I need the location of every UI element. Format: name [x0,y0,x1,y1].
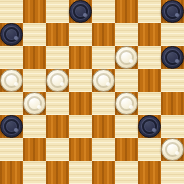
square-f3 [115,115,138,138]
square-e2 [92,138,115,161]
piece-black-man[interactable]: ⛂ [0,23,23,46]
white-piece-highlight [129,105,133,109]
square-d1 [69,161,92,184]
square-c8 [46,0,69,23]
square-c7[interactable] [46,23,69,46]
black-piece-highlight [14,36,18,40]
square-d5 [69,69,92,92]
square-g6 [138,46,161,69]
square-a8 [0,0,23,23]
square-e7[interactable] [92,23,115,46]
square-h8[interactable]: ⛂ [161,0,184,23]
square-g7[interactable] [138,23,161,46]
white-piece-highlight [60,82,64,86]
square-b1 [23,161,46,184]
white-piece-highlight [129,59,133,63]
checkers-board: ⛂⛂⛂⛀⛂⛀⛀⛀⛀⛀⛂⛂⛀ [0,0,184,184]
square-d7 [69,23,92,46]
white-piece-highlight [14,82,18,86]
piece-black-man[interactable]: ⛂ [161,0,184,23]
piece-black-man[interactable]: ⛂ [69,0,92,23]
square-h2[interactable]: ⛀ [161,138,184,161]
square-a2 [0,138,23,161]
square-a3[interactable]: ⛂ [0,115,23,138]
square-a4 [0,92,23,115]
square-b3 [23,115,46,138]
square-h5 [161,69,184,92]
white-piece-highlight [37,105,41,109]
black-piece-highlight [14,128,18,132]
square-b8[interactable] [23,0,46,23]
square-b4[interactable]: ⛀ [23,92,46,115]
square-d8[interactable]: ⛂ [69,0,92,23]
piece-white-man[interactable]: ⛀ [46,69,69,92]
square-d4[interactable] [69,92,92,115]
square-d3 [69,115,92,138]
square-e1[interactable] [92,161,115,184]
square-g1[interactable] [138,161,161,184]
square-a7[interactable]: ⛂ [0,23,23,46]
piece-white-man[interactable]: ⛀ [161,138,184,161]
square-g3[interactable]: ⛂ [138,115,161,138]
black-piece-highlight [83,13,87,17]
square-f4[interactable]: ⛀ [115,92,138,115]
square-c2 [46,138,69,161]
square-h3 [161,115,184,138]
square-b2[interactable] [23,138,46,161]
square-d6[interactable] [69,46,92,69]
square-e8 [92,0,115,23]
piece-black-man[interactable]: ⛂ [0,115,23,138]
piece-white-man[interactable]: ⛀ [23,92,46,115]
square-e3[interactable] [92,115,115,138]
square-f1 [115,161,138,184]
square-h6[interactable]: ⛂ [161,46,184,69]
piece-white-man[interactable]: ⛀ [0,69,23,92]
white-piece-highlight [106,82,110,86]
square-e4 [92,92,115,115]
piece-black-man[interactable]: ⛂ [138,115,161,138]
square-h1 [161,161,184,184]
white-piece-highlight [175,151,179,155]
black-piece-highlight [175,13,179,17]
square-c1[interactable] [46,161,69,184]
square-a6 [0,46,23,69]
square-c5[interactable]: ⛀ [46,69,69,92]
square-b5 [23,69,46,92]
square-h4[interactable] [161,92,184,115]
square-f6[interactable]: ⛀ [115,46,138,69]
square-f2[interactable] [115,138,138,161]
square-d2[interactable] [69,138,92,161]
piece-white-man[interactable]: ⛀ [115,92,138,115]
square-e5[interactable]: ⛀ [92,69,115,92]
square-h7 [161,23,184,46]
square-g5[interactable] [138,69,161,92]
square-b6[interactable] [23,46,46,69]
square-g8 [138,0,161,23]
square-c6 [46,46,69,69]
square-a5[interactable]: ⛀ [0,69,23,92]
piece-black-man[interactable]: ⛂ [161,46,184,69]
square-a1[interactable] [0,161,23,184]
piece-white-man[interactable]: ⛀ [115,46,138,69]
square-f5 [115,69,138,92]
black-piece-highlight [175,59,179,63]
square-f8[interactable] [115,0,138,23]
piece-white-man[interactable]: ⛀ [92,69,115,92]
square-g2 [138,138,161,161]
square-c4 [46,92,69,115]
square-g4 [138,92,161,115]
black-piece-highlight [152,128,156,132]
square-e6 [92,46,115,69]
square-f7 [115,23,138,46]
square-b7 [23,23,46,46]
square-c3[interactable] [46,115,69,138]
